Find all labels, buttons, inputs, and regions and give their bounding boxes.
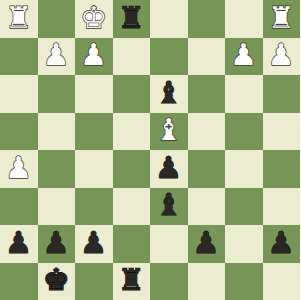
black-pawn-piece[interactable]: ♟ (155, 153, 182, 183)
white-king-piece[interactable]: ♚ (80, 3, 107, 33)
square-d1[interactable] (150, 0, 188, 38)
square-a8[interactable] (263, 263, 301, 300)
square-c8[interactable] (188, 263, 226, 300)
square-a7[interactable]: ♟ (263, 225, 301, 263)
square-e3[interactable] (113, 75, 151, 113)
square-g3[interactable] (38, 75, 76, 113)
square-d4[interactable]: ♝ (150, 113, 188, 151)
square-c4[interactable] (188, 113, 226, 151)
square-b2[interactable]: ♟ (225, 38, 263, 76)
white-pawn-piece[interactable]: ♟ (230, 40, 257, 70)
black-pawn-piece[interactable]: ♟ (268, 228, 295, 258)
square-h3[interactable] (0, 75, 38, 113)
square-a1[interactable]: ♜ (263, 0, 301, 38)
square-c1[interactable] (188, 0, 226, 38)
square-e5[interactable] (113, 150, 151, 188)
square-g5[interactable] (38, 150, 76, 188)
square-e4[interactable] (113, 113, 151, 151)
white-pawn-piece[interactable]: ♟ (80, 40, 107, 70)
square-f4[interactable] (75, 113, 113, 151)
square-f7[interactable]: ♟ (75, 225, 113, 263)
square-f2[interactable]: ♟ (75, 38, 113, 76)
square-g7[interactable]: ♟ (38, 225, 76, 263)
square-d5[interactable]: ♟ (150, 150, 188, 188)
square-d2[interactable] (150, 38, 188, 76)
square-e7[interactable] (113, 225, 151, 263)
square-b4[interactable] (225, 113, 263, 151)
square-h5[interactable]: ♟ (0, 150, 38, 188)
square-d7[interactable] (150, 225, 188, 263)
white-pawn-piece[interactable]: ♟ (43, 40, 70, 70)
square-a2[interactable]: ♟ (263, 38, 301, 76)
chess-board: ♜♚♜♜♟♟♟♟♝♝♟♟♝♟♟♟♟♟♚♜ (0, 0, 300, 300)
square-c6[interactable] (188, 188, 226, 226)
square-h8[interactable] (0, 263, 38, 300)
black-king-piece[interactable]: ♚ (43, 265, 70, 295)
square-c2[interactable] (188, 38, 226, 76)
square-g1[interactable] (38, 0, 76, 38)
white-pawn-piece[interactable]: ♟ (268, 40, 295, 70)
black-rook-piece[interactable]: ♜ (118, 265, 145, 295)
square-e8[interactable]: ♜ (113, 263, 151, 300)
square-a4[interactable] (263, 113, 301, 151)
black-bishop-piece[interactable]: ♝ (155, 190, 182, 220)
black-pawn-piece[interactable]: ♟ (80, 228, 107, 258)
square-c7[interactable]: ♟ (188, 225, 226, 263)
square-h1[interactable]: ♜ (0, 0, 38, 38)
square-b6[interactable] (225, 188, 263, 226)
black-bishop-piece[interactable]: ♝ (155, 78, 182, 108)
square-d8[interactable] (150, 263, 188, 300)
square-a6[interactable] (263, 188, 301, 226)
square-f8[interactable] (75, 263, 113, 300)
square-h2[interactable] (0, 38, 38, 76)
square-f5[interactable] (75, 150, 113, 188)
square-g8[interactable]: ♚ (38, 263, 76, 300)
square-f6[interactable] (75, 188, 113, 226)
square-g2[interactable]: ♟ (38, 38, 76, 76)
square-e6[interactable] (113, 188, 151, 226)
square-b7[interactable] (225, 225, 263, 263)
square-g6[interactable] (38, 188, 76, 226)
square-c3[interactable] (188, 75, 226, 113)
square-e2[interactable] (113, 38, 151, 76)
square-d6[interactable]: ♝ (150, 188, 188, 226)
white-pawn-piece[interactable]: ♟ (5, 153, 32, 183)
white-bishop-piece[interactable]: ♝ (155, 115, 182, 145)
square-d3[interactable]: ♝ (150, 75, 188, 113)
white-rook-piece[interactable]: ♜ (5, 3, 32, 33)
black-pawn-piece[interactable]: ♟ (193, 228, 220, 258)
square-a5[interactable] (263, 150, 301, 188)
square-h6[interactable] (0, 188, 38, 226)
square-g4[interactable] (38, 113, 76, 151)
square-b3[interactable] (225, 75, 263, 113)
square-a3[interactable] (263, 75, 301, 113)
black-pawn-piece[interactable]: ♟ (5, 228, 32, 258)
white-rook-piece[interactable]: ♜ (268, 3, 295, 33)
square-h7[interactable]: ♟ (0, 225, 38, 263)
black-rook-piece[interactable]: ♜ (118, 3, 145, 33)
square-c5[interactable] (188, 150, 226, 188)
square-e1[interactable]: ♜ (113, 0, 151, 38)
square-f1[interactable]: ♚ (75, 0, 113, 38)
square-b5[interactable] (225, 150, 263, 188)
chess-board-container: ♜♚♜♜♟♟♟♟♝♝♟♟♝♟♟♟♟♟♚♜ (0, 0, 300, 300)
square-f3[interactable] (75, 75, 113, 113)
black-pawn-piece[interactable]: ♟ (43, 228, 70, 258)
square-b1[interactable] (225, 0, 263, 38)
square-b8[interactable] (225, 263, 263, 300)
square-h4[interactable] (0, 113, 38, 151)
